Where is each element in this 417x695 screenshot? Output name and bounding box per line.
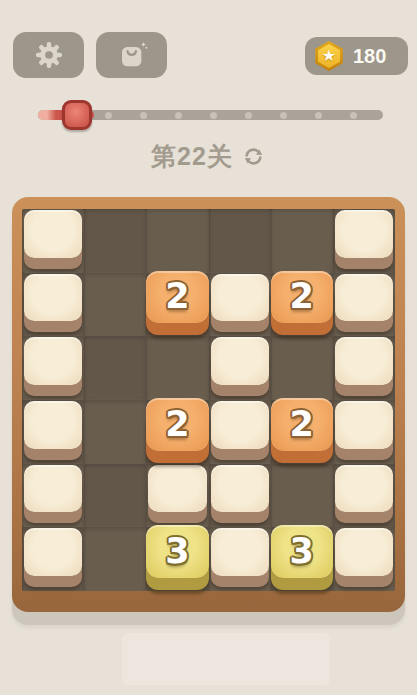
slider-dot [140,112,147,119]
empty-hole [84,336,146,400]
tile-number: 3 [165,534,189,569]
restart-level-button[interactable] [242,145,266,169]
game-screen: ★ 180 第22关 222233 [0,0,417,695]
board-cell-r3c4 [209,336,271,400]
tile-blank[interactable] [148,465,206,513]
board-cell-r2c3: 2 [146,273,208,337]
tile-blank[interactable] [24,528,82,576]
tile-3[interactable]: 3 [271,525,333,578]
board-cell-r4c2 [84,400,146,464]
slider-dot [105,112,112,119]
shop-button[interactable] [96,32,167,78]
tile-blank[interactable] [335,274,393,322]
slider-dot [175,112,182,119]
board-grid: 222233 [22,209,395,591]
slider-dot [280,112,287,119]
board-cell-r2c1 [22,273,84,337]
shop-bag-icon [116,39,148,71]
settings-button[interactable] [13,32,84,78]
game-board: 222233 [12,197,405,612]
coin-star-glyph: ★ [322,41,336,71]
board-cell-r3c6 [333,336,395,400]
board-cell-r5c2 [84,464,146,528]
board-cell-r4c4 [209,400,271,464]
coin-badge[interactable]: ★ 180 [305,37,408,75]
tile-number: 3 [290,534,314,569]
board-cell-r2c6 [333,273,395,337]
tile-2[interactable]: 2 [271,271,333,324]
empty-hole [84,464,146,528]
empty-hole [209,209,271,273]
board-cell-r3c1 [22,336,84,400]
board-cell-r6c3: 3 [146,527,208,591]
board-cell-r2c5: 2 [271,273,333,337]
board-cell-r6c4 [209,527,271,591]
board-cell-r1c1 [22,209,84,273]
board-cell-r3c3 [146,336,208,400]
tile-blank[interactable] [335,465,393,513]
board-cell-r1c4 [209,209,271,273]
tile-blank[interactable] [24,210,82,258]
board-cell-r1c6 [333,209,395,273]
empty-hole [84,527,146,591]
tile-blank[interactable] [211,401,269,449]
board-cell-r5c3 [146,464,208,528]
gear-icon [33,39,65,71]
tile-blank[interactable] [24,401,82,449]
board-cell-r2c4 [209,273,271,337]
slider-handle[interactable] [62,100,92,130]
board-cell-r4c5: 2 [271,400,333,464]
tile-blank[interactable] [24,274,82,322]
tile-number: 2 [290,279,314,314]
coin-icon: ★ [314,41,344,71]
refresh-icon [242,145,265,168]
board-cell-r4c3: 2 [146,400,208,464]
board-cell-r1c5 [271,209,333,273]
tile-blank[interactable] [335,528,393,576]
tile-blank[interactable] [211,465,269,513]
tile-blank[interactable] [24,337,82,385]
board-cell-r6c6 [333,527,395,591]
tile-blank[interactable] [335,401,393,449]
board-cell-r2c2 [84,273,146,337]
empty-hole [271,336,333,400]
tile-2[interactable]: 2 [271,398,333,451]
board-cell-r4c6 [333,400,395,464]
empty-hole [271,209,333,273]
coin-count: 180 [353,45,386,68]
board-cell-r1c2 [84,209,146,273]
empty-hole [84,209,146,273]
tile-blank[interactable] [211,274,269,322]
tile-number: 2 [290,407,314,442]
tile-blank[interactable] [335,210,393,258]
board-cell-r6c1 [22,527,84,591]
tile-2[interactable]: 2 [146,398,208,451]
board-recess: 222233 [22,209,395,591]
level-title: 第22关 [151,140,233,173]
board-cell-r3c5 [271,336,333,400]
tile-2[interactable]: 2 [146,271,208,324]
progress-slider[interactable] [38,110,383,120]
tile-number: 2 [165,407,189,442]
board-cell-r4c1 [22,400,84,464]
tile-blank[interactable] [211,337,269,385]
tile-blank[interactable] [24,465,82,513]
slider-dot [210,112,217,119]
tile-number: 2 [165,279,189,314]
slider-dot [350,112,357,119]
empty-hole [146,336,208,400]
tile-blank[interactable] [335,337,393,385]
tile-3[interactable]: 3 [146,525,208,578]
empty-hole [84,400,146,464]
empty-hole [271,464,333,528]
board-cell-r5c6 [333,464,395,528]
slider-dot [245,112,252,119]
board-cell-r5c4 [209,464,271,528]
empty-hole [146,209,208,273]
slider-dot [315,112,322,119]
board-cell-r1c3 [146,209,208,273]
board-cell-r5c5 [271,464,333,528]
board-cell-r5c1 [22,464,84,528]
level-row: 第22关 [0,140,417,173]
empty-hole [84,273,146,337]
tile-blank[interactable] [211,528,269,576]
board-cell-r3c2 [84,336,146,400]
board-cell-r6c2 [84,527,146,591]
bottom-panel [122,633,330,685]
board-cell-r6c5: 3 [271,527,333,591]
